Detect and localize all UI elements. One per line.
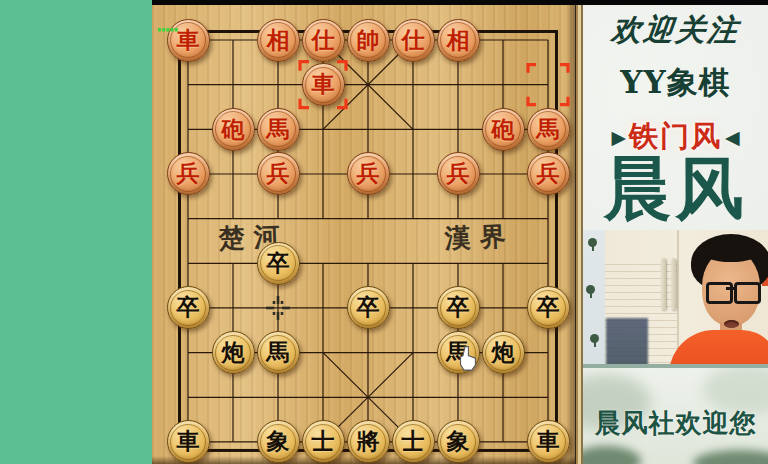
piece-red-兵-3-4[interactable]: 兵	[257, 152, 300, 195]
streamer-name: 晨风	[583, 150, 768, 226]
piece-black-炮-2-8[interactable]: 炮	[212, 331, 255, 374]
xiangqi-board[interactable]: 楚河 漢界 車相仕帥仕相車砲馬砲馬兵兵兵兵兵卒卒卒卒卒炮馬馬炮車象士將士象車	[152, 0, 575, 464]
streamer-shirt	[669, 330, 768, 368]
webcam-wallpaper	[583, 230, 605, 368]
piece-red-兵-7-4[interactable]: 兵	[437, 152, 480, 195]
streamer-glasses	[706, 282, 758, 300]
piece-red-仕-4-1[interactable]: 仕	[302, 19, 345, 62]
piece-glyph: 仕	[402, 29, 425, 52]
piece-red-馬-3-3[interactable]: 馬	[257, 108, 300, 151]
tree-decal-icon	[588, 238, 597, 247]
right-arrow-icon: ◀	[725, 126, 740, 148]
wardrobe-handle	[661, 258, 666, 310]
piece-glyph: 象	[267, 430, 290, 453]
piece-glyph: 馬	[447, 341, 470, 364]
piece-glyph: 兵	[177, 162, 200, 185]
stream-sidebar: 欢迎关注 YY象棋 ▶ 铁门风 ◀ 晨风	[583, 0, 768, 464]
piece-red-相-3-1[interactable]: 相	[257, 19, 300, 62]
streamer-webcam	[583, 230, 768, 368]
piece-glyph: 砲	[222, 118, 245, 141]
left-arrow-icon: ▶	[611, 126, 626, 148]
board-grid[interactable]: 車相仕帥仕相車砲馬砲馬兵兵兵兵兵卒卒卒卒卒炮馬馬炮車象士將士象車	[166, 18, 571, 464]
piece-red-兵-9-4[interactable]: 兵	[527, 152, 570, 195]
welcome-text: 欢迎关注	[581, 10, 768, 51]
top-black-strip	[152, 0, 768, 5]
piece-glyph: 砲	[492, 118, 515, 141]
piece-black-車-9-10[interactable]: 車	[527, 420, 570, 463]
piece-glyph: 兵	[267, 162, 290, 185]
piece-black-卒-7-7[interactable]: 卒	[437, 286, 480, 329]
piece-red-車-4-2[interactable]: 車	[302, 63, 345, 106]
piece-glyph: 車	[177, 430, 200, 453]
piece-black-卒-3-6[interactable]: 卒	[257, 242, 300, 285]
piece-glyph: 相	[447, 29, 470, 52]
piece-glyph: 車	[177, 29, 200, 52]
piece-glyph: 卒	[267, 252, 290, 275]
piece-black-將-5-10[interactable]: 將	[347, 420, 390, 463]
tree-silhouette	[583, 446, 641, 464]
piece-black-馬-7-8[interactable]: 馬	[437, 331, 480, 374]
tree-decal-icon	[586, 285, 595, 294]
piece-glyph: 將	[357, 430, 380, 453]
tree-decal-icon	[590, 334, 599, 343]
piece-black-卒-5-7[interactable]: 卒	[347, 286, 390, 329]
banner-welcome-text: 晨风社欢迎您	[583, 406, 768, 441]
piece-black-士-6-10[interactable]: 士	[392, 420, 435, 463]
channel-title: YY象棋	[583, 62, 768, 104]
panel-divider	[575, 0, 583, 464]
piece-red-砲-8-3[interactable]: 砲	[482, 108, 525, 151]
piece-glyph: 車	[537, 430, 560, 453]
streamer-hair-fringe	[699, 240, 763, 262]
piece-glyph: 兵	[447, 162, 470, 185]
piece-glyph: 炮	[492, 341, 515, 364]
piece-red-兵-1-4[interactable]: 兵	[167, 152, 210, 195]
piece-glyph: 士	[402, 430, 425, 453]
left-background	[0, 0, 152, 464]
piece-red-帥-5-1[interactable]: 帥	[347, 19, 390, 62]
piece-glyph: 馬	[267, 341, 290, 364]
piece-glyph: 馬	[267, 118, 290, 141]
piece-black-士-4-10[interactable]: 士	[302, 420, 345, 463]
piece-glyph: 卒	[357, 296, 380, 319]
piece-glyph: 卒	[177, 296, 200, 319]
bottom-banner: 晨风社欢迎您	[583, 368, 768, 464]
piece-glyph: 卒	[447, 296, 470, 319]
piece-black-卒-1-7[interactable]: 卒	[167, 286, 210, 329]
piece-glyph: 炮	[222, 341, 245, 364]
piece-glyph: 帥	[357, 29, 380, 52]
piece-black-卒-9-7[interactable]: 卒	[527, 286, 570, 329]
piece-glyph: 相	[267, 29, 290, 52]
wardrobe-handle	[671, 258, 676, 310]
piece-black-車-1-10[interactable]: 車	[167, 420, 210, 463]
piece-red-仕-6-1[interactable]: 仕	[392, 19, 435, 62]
piece-red-兵-5-4[interactable]: 兵	[347, 152, 390, 195]
piece-red-車-1-1[interactable]: 車	[167, 19, 210, 62]
stream-screen: 楚河 漢界 車相仕帥仕相車砲馬砲馬兵兵兵兵兵卒卒卒卒卒炮馬馬炮車象士將士象車 欢…	[0, 0, 768, 464]
piece-glyph: 車	[312, 73, 335, 96]
piece-glyph: 象	[447, 430, 470, 453]
piece-red-相-7-1[interactable]: 相	[437, 19, 480, 62]
piece-black-象-3-10[interactable]: 象	[257, 420, 300, 463]
piece-glyph: 兵	[357, 162, 380, 185]
piece-red-砲-2-3[interactable]: 砲	[212, 108, 255, 151]
piece-black-炮-8-8[interactable]: 炮	[482, 331, 525, 374]
piece-red-馬-9-3[interactable]: 馬	[527, 108, 570, 151]
piece-glyph: 卒	[537, 296, 560, 319]
piece-black-象-7-10[interactable]: 象	[437, 420, 480, 463]
tree-silhouette	[693, 450, 768, 464]
piece-glyph: 兵	[537, 162, 560, 185]
piece-glyph: 仕	[312, 29, 335, 52]
streamer-mouth	[724, 320, 739, 328]
piece-black-馬-3-8[interactable]: 馬	[257, 331, 300, 374]
piece-glyph: 馬	[537, 118, 560, 141]
piece-glyph: 士	[312, 430, 335, 453]
background-object	[606, 318, 648, 368]
